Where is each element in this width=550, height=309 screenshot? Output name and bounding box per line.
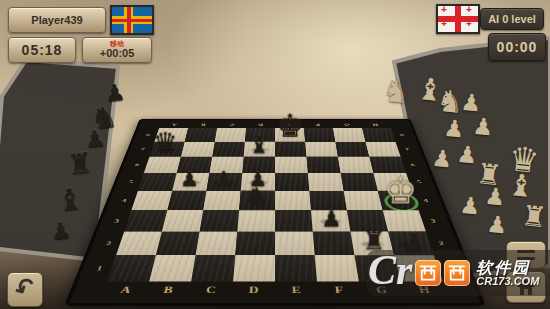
black-pawn-b5[interactable]: ♟ (180, 169, 199, 190)
square-g8[interactable] (333, 128, 365, 142)
game-scene: ♟♞♟♜♝♟♞♝♞♟♟♟♟♟♜♛♝♟♟♜♟ ABCDEFGH8♚87♛♝7665… (0, 0, 550, 309)
aland-flag-icon (110, 5, 154, 35)
square-f7[interactable] (305, 142, 338, 157)
square-g5[interactable] (341, 173, 378, 191)
square-f1[interactable] (315, 255, 359, 281)
black-pawn-f3[interactable]: ♟ (321, 207, 342, 230)
square-e7[interactable] (275, 142, 306, 157)
xi-character-icon (447, 263, 467, 283)
undo-button[interactable]: ↶ (7, 272, 43, 307)
flag-mini-cross: + (466, 4, 472, 15)
move-label: 移动 (83, 39, 151, 49)
square-c2[interactable] (196, 232, 238, 256)
black-bishop-d7[interactable]: ♝ (248, 131, 270, 156)
file-label-bottom-d: D (232, 282, 275, 300)
flag-mini-cross: + (466, 18, 472, 29)
undo-arrow-icon: ↶ (10, 270, 41, 304)
black-king-e8[interactable]: ♚ (276, 110, 304, 141)
watermark: Cr 软件园 CR173.COM (366, 250, 550, 296)
square-g7[interactable] (335, 142, 369, 157)
square-b8[interactable] (185, 128, 217, 142)
file-label-bottom-f: F (317, 282, 362, 300)
black-pawn-c5[interactable]: ♟ (214, 169, 233, 190)
captured-black-rook: ♜ (66, 149, 94, 179)
captured-white-pawn: ♟ (443, 117, 466, 142)
square-e4[interactable] (275, 191, 311, 210)
captured-white-pawn: ♟ (459, 194, 482, 219)
captured-white-pawn: ♟ (484, 185, 507, 210)
move-hint-h3[interactable] (389, 213, 419, 230)
square-d2[interactable] (235, 232, 275, 256)
player-clock: 05:18 (8, 37, 76, 63)
square-c5[interactable]: ♟ (206, 173, 242, 191)
black-knight-d4[interactable]: ♞ (245, 183, 268, 209)
opponent-clock: 00:00 (488, 33, 546, 61)
square-g6[interactable] (338, 157, 374, 173)
square-b3[interactable] (162, 210, 203, 231)
player-increment-plate: 移动 +00:05 (82, 37, 152, 63)
watermark-tile-xi (444, 260, 470, 286)
square-e6[interactable] (275, 157, 308, 173)
move-hint-g4[interactable] (349, 193, 376, 208)
rank-label-right-7: 7 (396, 142, 420, 157)
player-name: Player439 (31, 14, 82, 26)
square-f3[interactable]: ♟ (311, 210, 351, 231)
square-b4[interactable] (167, 191, 206, 210)
square-a3[interactable] (124, 210, 167, 231)
file-label-bottom-c: C (188, 282, 233, 300)
square-f5[interactable] (308, 173, 344, 191)
square-b2[interactable] (156, 232, 200, 256)
captured-white-pawn: ♟ (486, 213, 509, 238)
square-d7[interactable]: ♝ (244, 142, 275, 157)
white-king-h4[interactable]: ♚ (384, 172, 418, 209)
square-a4[interactable] (131, 191, 172, 210)
square-b7[interactable] (181, 142, 215, 157)
opponent-name-plate: AI 0 level (480, 8, 544, 30)
watermark-tile-xi (415, 260, 441, 286)
square-e8[interactable]: ♚ (275, 128, 305, 142)
captured-white-knight: ♞ (381, 76, 411, 109)
captured-white-pawn: ♟ (460, 91, 483, 116)
square-d3[interactable] (237, 210, 275, 231)
file-label-bottom-e: E (275, 282, 318, 300)
square-a5[interactable] (138, 173, 177, 191)
square-c8[interactable] (215, 128, 246, 142)
captured-black-bishop: ♝ (55, 184, 85, 217)
square-h7[interactable] (365, 142, 400, 157)
square-d1[interactable] (233, 255, 275, 281)
captured-white-pawn: ♟ (472, 115, 495, 140)
square-h4[interactable]: ♚ (378, 191, 419, 210)
square-f8[interactable] (304, 128, 335, 142)
square-b5[interactable]: ♟ (172, 173, 209, 191)
black-queen-a7[interactable]: ♛ (153, 129, 177, 156)
watermark-site-url: CR173.COM (476, 276, 539, 287)
watermark-logo: Cr (368, 249, 412, 291)
square-a6[interactable] (144, 157, 181, 173)
captured-white-bishop: ♝ (506, 170, 536, 203)
flag-inner-cross-h (112, 19, 152, 22)
georgia-flag-icon: + + + + (436, 4, 480, 34)
watermark-site-name: 软件园 (476, 259, 539, 277)
square-f6[interactable] (306, 157, 340, 173)
opponent-clock-value: 00:00 (497, 39, 538, 55)
square-c1[interactable] (191, 255, 235, 281)
file-label-bottom-a: A (101, 282, 149, 300)
watermark-text: 软件园 CR173.COM (476, 259, 539, 288)
square-e3[interactable] (275, 210, 313, 231)
captured-white-pawn: ♟ (456, 143, 479, 168)
move-hint-g5[interactable] (346, 175, 372, 189)
square-e5[interactable] (275, 173, 309, 191)
flag-mini-cross: + (441, 4, 447, 15)
square-a7[interactable]: ♛ (149, 142, 184, 157)
square-e2[interactable] (275, 232, 315, 256)
captured-black-pawn: ♟ (50, 219, 73, 244)
square-c4[interactable] (203, 191, 241, 210)
flag-mini-cross: + (441, 18, 447, 29)
square-f2[interactable] (313, 232, 355, 256)
player-name-plate: Player439 (8, 7, 106, 33)
square-c7[interactable] (212, 142, 245, 157)
square-c3[interactable] (200, 210, 240, 231)
xi-character-icon (418, 263, 438, 283)
file-label-bottom-b: B (145, 282, 192, 300)
square-a2[interactable] (116, 232, 162, 256)
captured-white-pawn: ♟ (431, 147, 454, 172)
square-e1[interactable] (275, 255, 317, 281)
square-h8[interactable] (362, 128, 396, 142)
player-clock-value: 05:18 (22, 42, 63, 58)
square-d4[interactable]: ♞ (239, 191, 275, 210)
flag-inner-cross-v (127, 7, 131, 33)
opponent-name: AI 0 level (488, 13, 536, 25)
captured-white-rook: ♜ (520, 202, 548, 232)
square-b1[interactable] (149, 255, 195, 281)
square-g4[interactable] (344, 191, 383, 210)
